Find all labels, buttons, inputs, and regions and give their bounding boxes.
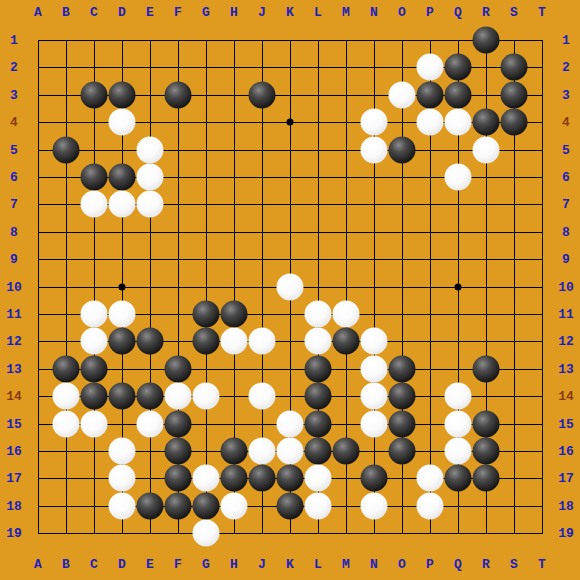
white-stone-J12[interactable] [249, 328, 276, 355]
white-stone-N4[interactable] [361, 109, 388, 136]
row-label-left-13: 13 [6, 362, 22, 375]
go-board[interactable]: AABBCCDDEEFFGGHHJJKKLLMMNNOOPPQQRRSSTT11… [0, 0, 580, 580]
row-label-left-9: 9 [10, 253, 18, 266]
white-stone-J14[interactable] [249, 383, 276, 410]
col-label-bottom-Q: Q [454, 558, 462, 571]
black-stone-C13[interactable] [81, 355, 108, 382]
white-stone-Q4[interactable] [445, 109, 472, 136]
white-stone-E6[interactable] [137, 164, 164, 191]
black-stone-K17[interactable] [277, 465, 304, 492]
row-label-right-19: 19 [558, 527, 574, 540]
black-stone-E18[interactable] [137, 492, 164, 519]
row-label-left-4: 4 [10, 116, 18, 129]
black-stone-S3[interactable] [501, 81, 528, 108]
col-label-bottom-N: N [370, 558, 378, 571]
star-point-K4 [287, 119, 294, 126]
col-label-top-M: M [342, 6, 350, 19]
white-stone-K15[interactable] [277, 410, 304, 437]
row-label-left-16: 16 [6, 445, 22, 458]
row-label-left-7: 7 [10, 198, 18, 211]
black-stone-G12[interactable] [193, 328, 220, 355]
row-label-right-16: 16 [558, 445, 574, 458]
black-stone-R13[interactable] [473, 355, 500, 382]
row-label-right-3: 3 [562, 88, 570, 101]
white-stone-D4[interactable] [109, 109, 136, 136]
col-label-bottom-G: G [202, 558, 210, 571]
white-stone-H18[interactable] [221, 492, 248, 519]
col-label-top-H: H [230, 6, 238, 19]
black-stone-N17[interactable] [361, 465, 388, 492]
black-stone-R4[interactable] [473, 109, 500, 136]
col-label-top-Q: Q [454, 6, 462, 19]
row-label-right-5: 5 [562, 143, 570, 156]
black-stone-O15[interactable] [389, 410, 416, 437]
white-stone-K10[interactable] [277, 273, 304, 300]
row-label-right-15: 15 [558, 417, 574, 430]
black-stone-O16[interactable] [389, 438, 416, 465]
black-stone-E12[interactable] [137, 328, 164, 355]
col-label-bottom-K: K [286, 558, 294, 571]
black-stone-P3[interactable] [417, 81, 444, 108]
black-stone-L16[interactable] [305, 438, 332, 465]
row-label-right-14: 14 [558, 390, 574, 403]
black-stone-C6[interactable] [81, 164, 108, 191]
col-label-top-K: K [286, 6, 294, 19]
white-stone-P17[interactable] [417, 465, 444, 492]
col-label-bottom-S: S [510, 558, 518, 571]
col-label-bottom-A: A [34, 558, 42, 571]
col-label-top-D: D [118, 6, 126, 19]
black-stone-D6[interactable] [109, 164, 136, 191]
row-label-right-18: 18 [558, 499, 574, 512]
row-label-right-4: 4 [562, 116, 570, 129]
row-label-left-6: 6 [10, 171, 18, 184]
black-stone-Q2[interactable] [445, 54, 472, 81]
col-label-bottom-B: B [62, 558, 70, 571]
row-label-left-2: 2 [10, 61, 18, 74]
black-stone-Q3[interactable] [445, 81, 472, 108]
white-stone-P4[interactable] [417, 109, 444, 136]
black-stone-H11[interactable] [221, 301, 248, 328]
col-label-bottom-F: F [174, 558, 182, 571]
row-label-right-10: 10 [558, 280, 574, 293]
black-stone-O14[interactable] [389, 383, 416, 410]
row-label-right-13: 13 [558, 362, 574, 375]
row-label-left-12: 12 [6, 335, 22, 348]
black-stone-F13[interactable] [165, 355, 192, 382]
col-label-top-L: L [314, 6, 322, 19]
col-label-top-J: J [258, 6, 266, 19]
black-stone-D3[interactable] [109, 81, 136, 108]
col-label-top-O: O [398, 6, 406, 19]
col-label-bottom-P: P [426, 558, 434, 571]
white-stone-N18[interactable] [361, 492, 388, 519]
row-label-right-17: 17 [558, 472, 574, 485]
black-stone-S2[interactable] [501, 54, 528, 81]
row-label-right-8: 8 [562, 225, 570, 238]
black-stone-O5[interactable] [389, 136, 416, 163]
col-label-bottom-C: C [90, 558, 98, 571]
white-stone-J16[interactable] [249, 438, 276, 465]
row-label-left-14: 14 [6, 390, 22, 403]
row-label-left-15: 15 [6, 417, 22, 430]
col-label-bottom-J: J [258, 558, 266, 571]
white-stone-E5[interactable] [137, 136, 164, 163]
black-stone-R16[interactable] [473, 438, 500, 465]
row-label-right-6: 6 [562, 171, 570, 184]
white-stone-L18[interactable] [305, 492, 332, 519]
star-point-Q10 [455, 283, 462, 290]
white-stone-Q15[interactable] [445, 410, 472, 437]
col-label-top-R: R [482, 6, 490, 19]
white-stone-D16[interactable] [109, 438, 136, 465]
col-label-bottom-T: T [538, 558, 546, 571]
white-stone-G19[interactable] [193, 520, 220, 547]
black-stone-F16[interactable] [165, 438, 192, 465]
row-label-right-2: 2 [562, 61, 570, 74]
row-label-left-3: 3 [10, 88, 18, 101]
black-stone-B13[interactable] [53, 355, 80, 382]
row-label-left-11: 11 [6, 308, 22, 321]
black-stone-G11[interactable] [193, 301, 220, 328]
row-label-left-10: 10 [6, 280, 22, 293]
white-stone-G17[interactable] [193, 465, 220, 492]
white-stone-N13[interactable] [361, 355, 388, 382]
white-stone-N12[interactable] [361, 328, 388, 355]
black-stone-F3[interactable] [165, 81, 192, 108]
row-label-left-5: 5 [10, 143, 18, 156]
white-stone-P2[interactable] [417, 54, 444, 81]
row-label-right-11: 11 [558, 308, 574, 321]
black-stone-D12[interactable] [109, 328, 136, 355]
col-label-bottom-D: D [118, 558, 126, 571]
col-label-top-T: T [538, 6, 546, 19]
col-label-top-P: P [426, 6, 434, 19]
black-stone-D14[interactable] [109, 383, 136, 410]
white-stone-C11[interactable] [81, 301, 108, 328]
col-label-top-F: F [174, 6, 182, 19]
black-stone-M12[interactable] [333, 328, 360, 355]
row-label-right-1: 1 [562, 34, 570, 47]
col-label-top-B: B [62, 6, 70, 19]
white-stone-C7[interactable] [81, 191, 108, 218]
white-stone-N15[interactable] [361, 410, 388, 437]
black-stone-J3[interactable] [249, 81, 276, 108]
white-stone-R5[interactable] [473, 136, 500, 163]
black-stone-L13[interactable] [305, 355, 332, 382]
col-label-bottom-O: O [398, 558, 406, 571]
white-stone-D18[interactable] [109, 492, 136, 519]
col-label-top-A: A [34, 6, 42, 19]
black-stone-R1[interactable] [473, 27, 500, 54]
white-stone-B14[interactable] [53, 383, 80, 410]
black-stone-B5[interactable] [53, 136, 80, 163]
white-stone-Q6[interactable] [445, 164, 472, 191]
col-label-bottom-R: R [482, 558, 490, 571]
black-stone-L14[interactable] [305, 383, 332, 410]
col-label-top-N: N [370, 6, 378, 19]
col-label-bottom-E: E [146, 558, 154, 571]
white-stone-F14[interactable] [165, 383, 192, 410]
col-label-top-E: E [146, 6, 154, 19]
white-stone-E7[interactable] [137, 191, 164, 218]
white-stone-C15[interactable] [81, 410, 108, 437]
row-label-left-17: 17 [6, 472, 22, 485]
black-stone-S4[interactable] [501, 109, 528, 136]
row-label-right-9: 9 [562, 253, 570, 266]
black-stone-H16[interactable] [221, 438, 248, 465]
black-stone-G18[interactable] [193, 492, 220, 519]
black-stone-C3[interactable] [81, 81, 108, 108]
black-stone-K18[interactable] [277, 492, 304, 519]
black-stone-C14[interactable] [81, 383, 108, 410]
black-stone-E14[interactable] [137, 383, 164, 410]
row-label-left-18: 18 [6, 499, 22, 512]
white-stone-D11[interactable] [109, 301, 136, 328]
col-label-top-S: S [510, 6, 518, 19]
white-stone-G14[interactable] [193, 383, 220, 410]
row-label-left-8: 8 [10, 225, 18, 238]
white-stone-L12[interactable] [305, 328, 332, 355]
col-label-top-G: G [202, 6, 210, 19]
col-label-bottom-L: L [314, 558, 322, 571]
white-stone-M11[interactable] [333, 301, 360, 328]
white-stone-P18[interactable] [417, 492, 444, 519]
black-stone-M16[interactable] [333, 438, 360, 465]
black-stone-F15[interactable] [165, 410, 192, 437]
white-stone-B15[interactable] [53, 410, 80, 437]
row-label-right-7: 7 [562, 198, 570, 211]
black-stone-Q17[interactable] [445, 465, 472, 492]
white-stone-L11[interactable] [305, 301, 332, 328]
white-stone-E15[interactable] [137, 410, 164, 437]
black-stone-R15[interactable] [473, 410, 500, 437]
white-stone-Q14[interactable] [445, 383, 472, 410]
col-label-top-C: C [90, 6, 98, 19]
black-stone-R17[interactable] [473, 465, 500, 492]
white-stone-L17[interactable] [305, 465, 332, 492]
white-stone-D17[interactable] [109, 465, 136, 492]
white-stone-N14[interactable] [361, 383, 388, 410]
black-stone-F18[interactable] [165, 492, 192, 519]
star-point-D10 [119, 283, 126, 290]
white-stone-H12[interactable] [221, 328, 248, 355]
white-stone-Q16[interactable] [445, 438, 472, 465]
black-stone-O13[interactable] [389, 355, 416, 382]
col-label-bottom-M: M [342, 558, 350, 571]
white-stone-N5[interactable] [361, 136, 388, 163]
white-stone-O3[interactable] [389, 81, 416, 108]
col-label-bottom-H: H [230, 558, 238, 571]
black-stone-F17[interactable] [165, 465, 192, 492]
black-stone-J17[interactable] [249, 465, 276, 492]
black-stone-H17[interactable] [221, 465, 248, 492]
row-label-left-19: 19 [6, 527, 22, 540]
black-stone-L15[interactable] [305, 410, 332, 437]
white-stone-D7[interactable] [109, 191, 136, 218]
white-stone-C12[interactable] [81, 328, 108, 355]
row-label-left-1: 1 [10, 34, 18, 47]
row-label-right-12: 12 [558, 335, 574, 348]
white-stone-K16[interactable] [277, 438, 304, 465]
